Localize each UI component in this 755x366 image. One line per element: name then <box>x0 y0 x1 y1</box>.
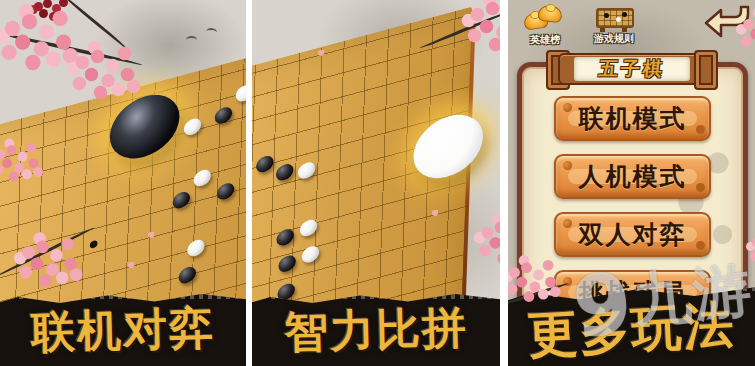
panel-mind-contest: 智力比拼 <box>252 0 500 366</box>
black-stone <box>215 105 233 125</box>
blossom-cluster <box>471 8 485 22</box>
blossom-cluster <box>22 246 35 259</box>
blossom-cluster <box>482 227 494 239</box>
caption-more-modes: 更多玩法 <box>508 291 755 366</box>
blossom-cluster <box>5 21 20 36</box>
mini-goban-icon <box>595 6 633 30</box>
blossom-cluster <box>743 19 754 30</box>
panel-online-battle: 联机对弈 <box>0 0 246 366</box>
blossom-cluster <box>34 2 43 11</box>
menu-button-two-player[interactable]: 双人对弈 <box>554 212 711 257</box>
black-stone <box>275 162 293 182</box>
black-stone <box>279 254 297 274</box>
white-stone <box>183 116 201 136</box>
menu-button-label: 人机模式 <box>579 160 687 193</box>
black-stone <box>178 265 196 285</box>
game-rules-label: 游戏规则 <box>586 32 642 46</box>
star-point <box>90 239 98 248</box>
menu-button-vs-ai-mode[interactable]: 人机模式 <box>554 154 711 199</box>
gomoku-promo-screenshot: 联机对弈 智力比拼 英雄榜 游戏规则 <box>0 0 755 366</box>
white-stone <box>193 168 211 188</box>
white-stone <box>235 83 246 103</box>
game-title: 五子棋 <box>597 56 666 82</box>
caption-online-battle: 联机对弈 <box>0 298 246 363</box>
blossom-cluster <box>509 267 520 278</box>
black-stone <box>173 190 191 210</box>
white-stone <box>302 244 320 264</box>
petal <box>148 232 154 238</box>
black-stone <box>276 227 294 247</box>
panel-main-menu: 英雄榜 游戏规则 五子棋 联机模式人机模式双人对弈挑战残局 更多玩法 <box>508 0 755 366</box>
leaderboard-button[interactable]: 英雄榜 <box>518 3 572 47</box>
white-stone <box>298 160 316 180</box>
game-rules-button[interactable]: 游戏规则 <box>586 6 642 46</box>
banner-scroll: 五子棋 <box>574 57 690 81</box>
blossom-branch <box>60 0 130 50</box>
black-stone <box>216 181 234 201</box>
title-banner: 五子棋 <box>548 48 716 90</box>
petal <box>318 50 324 56</box>
ink-bird <box>206 27 218 36</box>
ink-bird <box>186 36 197 44</box>
blossom-branch <box>0 32 143 66</box>
gold-ingots-icon <box>522 3 568 31</box>
caption-mind-contest: 智力比拼 <box>252 298 500 363</box>
blossom-cluster <box>76 56 90 70</box>
menu-buttons: 联机模式人机模式双人对弈挑战残局 <box>554 96 711 315</box>
black-stone <box>256 154 274 174</box>
leaderboard-label: 英雄榜 <box>518 33 572 47</box>
featured-white-stone <box>412 107 484 186</box>
petal <box>128 262 134 268</box>
featured-black-stone <box>109 87 181 166</box>
menu-button-online-mode[interactable]: 联机模式 <box>554 96 711 141</box>
white-stone <box>187 237 205 257</box>
petal <box>432 210 438 216</box>
menu-button-label: 双人对弈 <box>579 218 687 251</box>
white-stone <box>299 217 317 237</box>
menu-button-label: 联机模式 <box>579 102 687 135</box>
